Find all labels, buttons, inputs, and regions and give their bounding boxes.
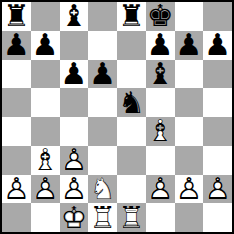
square-g6[interactable] [175,60,204,89]
square-a5[interactable] [2,88,31,117]
piece-outline-layer: ♗ [31,146,60,175]
piece-white-bishop: ♝♗ [146,117,175,146]
piece-white-pawn: ♟♙ [31,175,60,204]
piece-fill-layer: ♟ [203,175,232,204]
square-g4[interactable] [175,117,204,146]
piece-outline-layer: ♙ [2,175,31,204]
piece-fill-layer: ♟ [2,175,31,204]
square-f2[interactable]: ♟♙ [146,175,175,204]
square-a8[interactable]: ♜ [2,2,31,31]
piece-solid-layer: ♟ [203,31,232,60]
square-d1[interactable]: ♜♖ [88,203,117,232]
square-h1[interactable] [203,203,232,232]
square-f3[interactable] [146,146,175,175]
piece-black-king: ♚ [146,2,175,31]
piece-white-pawn: ♟♙ [203,175,232,204]
square-d6[interactable]: ♟ [88,60,117,89]
piece-fill-layer: ♟ [146,175,175,204]
square-g8[interactable] [175,2,204,31]
piece-black-pawn: ♟ [175,31,204,60]
square-e4[interactable] [117,117,146,146]
square-a4[interactable] [2,117,31,146]
piece-outline-layer: ♖ [117,203,146,232]
piece-fill-layer: ♟ [175,175,204,204]
piece-black-pawn: ♟ [31,31,60,60]
square-c3[interactable]: ♟♙ [60,146,89,175]
piece-black-bishop: ♝ [146,60,175,89]
square-d7[interactable] [88,31,117,60]
square-f4[interactable]: ♝♗ [146,117,175,146]
piece-fill-layer: ♝ [31,146,60,175]
square-f5[interactable] [146,88,175,117]
piece-solid-layer: ♚ [146,2,175,31]
piece-white-pawn: ♟♙ [60,175,89,204]
square-d4[interactable] [88,117,117,146]
square-b6[interactable] [31,60,60,89]
square-b2[interactable]: ♟♙ [31,175,60,204]
piece-white-pawn: ♟♙ [175,175,204,204]
piece-fill-layer: ♟ [31,175,60,204]
piece-outline-layer: ♖ [88,203,117,232]
piece-solid-layer: ♟ [60,60,89,89]
piece-white-pawn: ♟♙ [2,175,31,204]
square-e8[interactable]: ♜ [117,2,146,31]
square-h4[interactable] [203,117,232,146]
piece-white-pawn: ♟♙ [146,175,175,204]
piece-outline-layer: ♙ [60,146,89,175]
square-d8[interactable] [88,2,117,31]
square-d2[interactable]: ♞♘ [88,175,117,204]
square-c1[interactable]: ♚♔ [60,203,89,232]
square-a1[interactable] [2,203,31,232]
square-b5[interactable] [31,88,60,117]
square-a6[interactable] [2,60,31,89]
square-c2[interactable]: ♟♙ [60,175,89,204]
square-g3[interactable] [175,146,204,175]
piece-black-pawn: ♟ [146,31,175,60]
piece-fill-layer: ♜ [117,203,146,232]
piece-solid-layer: ♝ [146,60,175,89]
piece-solid-layer: ♟ [31,31,60,60]
square-h5[interactable] [203,88,232,117]
chess-board: ♜♝♜♚♟♟♟♟♟♟♟♝♞♝♗♝♗♟♙♟♙♟♙♟♙♞♘♟♙♟♙♟♙♚♔♜♖♜♖ [2,2,232,232]
square-d5[interactable] [88,88,117,117]
piece-white-bishop: ♝♗ [31,146,60,175]
square-f7[interactable]: ♟ [146,31,175,60]
piece-outline-layer: ♘ [88,175,117,204]
square-c4[interactable] [60,117,89,146]
square-e6[interactable] [117,60,146,89]
piece-outline-layer: ♔ [60,203,89,232]
piece-outline-layer: ♙ [60,175,89,204]
piece-outline-layer: ♙ [175,175,204,204]
square-c5[interactable] [60,88,89,117]
piece-fill-layer: ♜ [88,203,117,232]
square-e3[interactable] [117,146,146,175]
piece-black-rook: ♜ [2,2,31,31]
chess-board-frame: ♜♝♜♚♟♟♟♟♟♟♟♝♞♝♗♝♗♟♙♟♙♟♙♟♙♞♘♟♙♟♙♟♙♚♔♜♖♜♖ [0,0,234,234]
piece-black-knight: ♞ [117,88,146,117]
piece-white-pawn: ♟♙ [60,146,89,175]
piece-fill-layer: ♝ [146,117,175,146]
piece-white-rook: ♜♖ [88,203,117,232]
piece-outline-layer: ♙ [31,175,60,204]
piece-solid-layer: ♟ [88,60,117,89]
square-h2[interactable]: ♟♙ [203,175,232,204]
piece-fill-layer: ♞ [88,175,117,204]
square-g5[interactable] [175,88,204,117]
piece-solid-layer: ♝ [60,2,89,31]
square-e5[interactable]: ♞ [117,88,146,117]
square-h3[interactable] [203,146,232,175]
piece-white-knight: ♞♘ [88,175,117,204]
square-a3[interactable] [2,146,31,175]
piece-black-bishop: ♝ [60,2,89,31]
square-g7[interactable]: ♟ [175,31,204,60]
piece-solid-layer: ♜ [2,2,31,31]
piece-black-pawn: ♟ [88,60,117,89]
square-c7[interactable] [60,31,89,60]
square-h6[interactable] [203,60,232,89]
piece-fill-layer: ♚ [60,203,89,232]
piece-fill-layer: ♟ [60,146,89,175]
square-c6[interactable]: ♟ [60,60,89,89]
square-b8[interactable] [31,2,60,31]
square-g2[interactable]: ♟♙ [175,175,204,204]
square-b4[interactable] [31,117,60,146]
square-h8[interactable] [203,2,232,31]
piece-solid-layer: ♟ [2,31,31,60]
square-h7[interactable]: ♟ [203,31,232,60]
square-f8[interactable]: ♚ [146,2,175,31]
piece-solid-layer: ♟ [146,31,175,60]
piece-white-rook: ♜♖ [117,203,146,232]
piece-black-rook: ♜ [117,2,146,31]
piece-fill-layer: ♟ [60,175,89,204]
square-c8[interactable]: ♝ [60,2,89,31]
square-b1[interactable] [31,203,60,232]
square-g1[interactable] [175,203,204,232]
square-e7[interactable] [117,31,146,60]
square-d3[interactable] [88,146,117,175]
square-f1[interactable] [146,203,175,232]
square-b3[interactable]: ♝♗ [31,146,60,175]
piece-outline-layer: ♙ [203,175,232,204]
square-a7[interactable]: ♟ [2,31,31,60]
square-e2[interactable] [117,175,146,204]
piece-solid-layer: ♜ [117,2,146,31]
piece-outline-layer: ♙ [146,175,175,204]
square-e1[interactable]: ♜♖ [117,203,146,232]
square-a2[interactable]: ♟♙ [2,175,31,204]
square-f6[interactable]: ♝ [146,60,175,89]
piece-black-pawn: ♟ [203,31,232,60]
piece-outline-layer: ♗ [146,117,175,146]
square-b7[interactable]: ♟ [31,31,60,60]
piece-white-king: ♚♔ [60,203,89,232]
piece-black-pawn: ♟ [60,60,89,89]
piece-black-pawn: ♟ [2,31,31,60]
piece-solid-layer: ♟ [175,31,204,60]
piece-solid-layer: ♞ [117,88,146,117]
